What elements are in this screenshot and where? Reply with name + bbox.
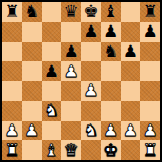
piece-white-pawn[interactable]: ♟ [4,122,19,139]
piece-white-bishop[interactable]: ♝ [44,142,59,159]
square-d8[interactable]: ♛ [61,2,81,22]
square-b1[interactable] [22,140,42,160]
square-c7[interactable] [42,22,62,42]
square-f7[interactable]: ♟ [101,22,121,42]
square-a5[interactable] [2,61,22,81]
chessboard-frame: ♜♞♛♚♝♜♟♟♟♟♞♟♟♟♟♞♟♟♞♟♟♟♜♝♛♚♜ [0,0,162,162]
square-f4[interactable] [101,81,121,101]
square-a1[interactable]: ♜ [2,140,22,160]
square-e4[interactable]: ♟ [81,81,101,101]
piece-white-rook[interactable]: ♜ [143,142,158,159]
square-a7[interactable] [2,22,22,42]
square-a8[interactable]: ♜ [2,2,22,22]
piece-black-rook[interactable]: ♜ [143,3,158,20]
square-b7[interactable] [22,22,42,42]
piece-black-knight[interactable]: ♞ [103,43,118,60]
square-h3[interactable] [140,101,160,121]
square-g7[interactable] [121,22,141,42]
square-e6[interactable] [81,42,101,62]
square-d4[interactable] [61,81,81,101]
piece-black-queen[interactable]: ♛ [64,3,79,20]
square-g3[interactable] [121,101,141,121]
piece-black-pawn[interactable]: ♟ [103,23,118,40]
square-b4[interactable] [22,81,42,101]
piece-white-knight[interactable]: ♞ [83,122,98,139]
square-c1[interactable]: ♝ [42,140,62,160]
piece-black-bishop[interactable]: ♝ [103,3,118,20]
square-f2[interactable]: ♟ [101,121,121,141]
square-b3[interactable] [22,101,42,121]
piece-white-pawn[interactable]: ♟ [143,122,158,139]
square-g4[interactable] [121,81,141,101]
piece-white-queen[interactable]: ♛ [64,142,79,159]
square-b6[interactable] [22,42,42,62]
square-c5[interactable]: ♟ [42,61,62,81]
square-a2[interactable]: ♟ [2,121,22,141]
piece-white-pawn[interactable]: ♟ [83,82,98,99]
square-e1[interactable] [81,140,101,160]
square-h5[interactable] [140,61,160,81]
piece-white-king[interactable]: ♚ [103,142,118,159]
piece-white-pawn[interactable]: ♟ [64,63,79,80]
square-c3[interactable]: ♞ [42,101,62,121]
piece-white-pawn[interactable]: ♟ [123,122,138,139]
square-d3[interactable] [61,101,81,121]
piece-black-pawn[interactable]: ♟ [143,23,158,40]
square-f3[interactable] [101,101,121,121]
square-g2[interactable]: ♟ [121,121,141,141]
square-h1[interactable]: ♜ [140,140,160,160]
square-a3[interactable] [2,101,22,121]
square-g6[interactable]: ♟ [121,42,141,62]
square-h8[interactable]: ♜ [140,2,160,22]
square-h6[interactable] [140,42,160,62]
square-c8[interactable] [42,2,62,22]
square-b5[interactable] [22,61,42,81]
piece-black-pawn[interactable]: ♟ [44,63,59,80]
piece-black-rook[interactable]: ♜ [4,3,19,20]
square-d7[interactable] [61,22,81,42]
square-f1[interactable]: ♚ [101,140,121,160]
square-d1[interactable]: ♛ [61,140,81,160]
square-h2[interactable]: ♟ [140,121,160,141]
square-h4[interactable] [140,81,160,101]
square-h7[interactable]: ♟ [140,22,160,42]
square-a6[interactable] [2,42,22,62]
square-c6[interactable] [42,42,62,62]
square-b8[interactable]: ♞ [22,2,42,22]
piece-black-pawn[interactable]: ♟ [83,23,98,40]
piece-black-knight[interactable]: ♞ [24,3,39,20]
piece-black-pawn[interactable]: ♟ [64,43,79,60]
piece-white-rook[interactable]: ♜ [4,142,19,159]
piece-white-knight[interactable]: ♞ [44,102,59,119]
square-e3[interactable] [81,101,101,121]
square-d2[interactable] [61,121,81,141]
square-c2[interactable] [42,121,62,141]
piece-black-king[interactable]: ♚ [83,3,98,20]
piece-white-pawn[interactable]: ♟ [24,122,39,139]
square-g1[interactable] [121,140,141,160]
square-e8[interactable]: ♚ [81,2,101,22]
square-e7[interactable]: ♟ [81,22,101,42]
square-c4[interactable] [42,81,62,101]
square-d6[interactable]: ♟ [61,42,81,62]
square-g5[interactable] [121,61,141,81]
square-f5[interactable] [101,61,121,81]
square-d5[interactable]: ♟ [61,61,81,81]
square-b2[interactable]: ♟ [22,121,42,141]
piece-black-pawn[interactable]: ♟ [123,43,138,60]
square-f8[interactable]: ♝ [101,2,121,22]
square-a4[interactable] [2,81,22,101]
square-e5[interactable] [81,61,101,81]
square-f6[interactable]: ♞ [101,42,121,62]
square-e2[interactable]: ♞ [81,121,101,141]
square-g8[interactable] [121,2,141,22]
chessboard: ♜♞♛♚♝♜♟♟♟♟♞♟♟♟♟♞♟♟♞♟♟♟♜♝♛♚♜ [2,2,160,160]
piece-white-pawn[interactable]: ♟ [103,122,118,139]
